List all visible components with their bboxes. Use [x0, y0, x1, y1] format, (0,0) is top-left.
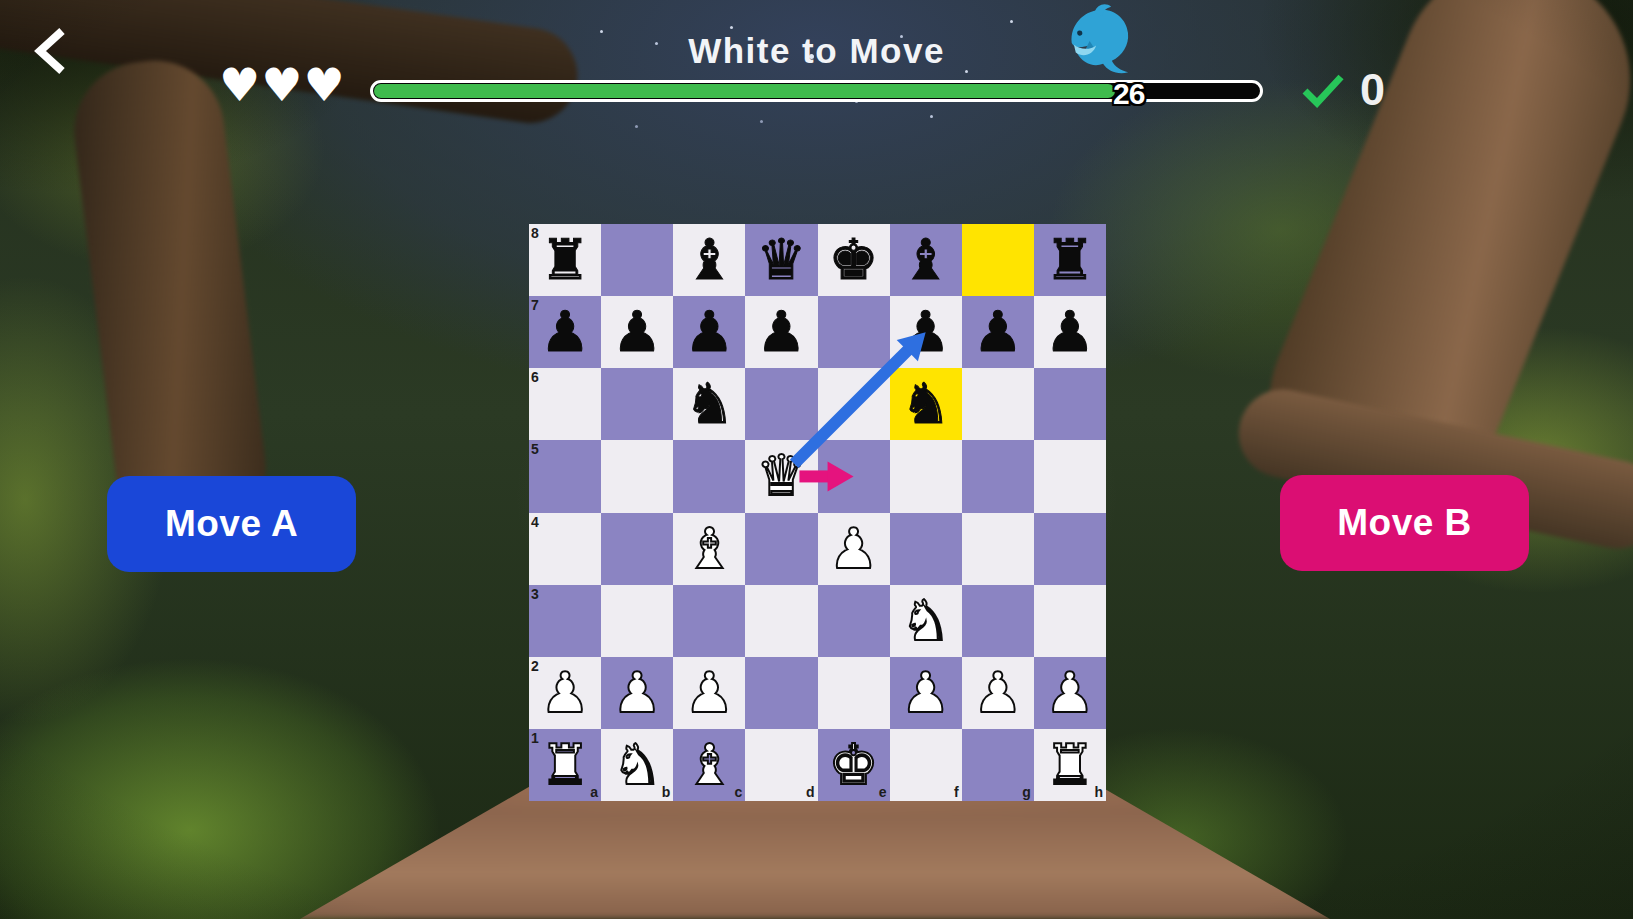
square-d7[interactable]: ♟ — [745, 296, 817, 368]
square-b6[interactable] — [601, 368, 673, 440]
file-label: b — [662, 785, 671, 799]
black-p-piece: ♟ — [684, 304, 734, 360]
white-p-piece: ♟ — [684, 665, 734, 721]
white-b-piece: ♝ — [684, 521, 734, 577]
white-p-piece: ♟ — [973, 665, 1023, 721]
square-h2[interactable]: ♟ — [1034, 657, 1106, 729]
square-e2[interactable] — [818, 657, 890, 729]
black-p-piece: ♟ — [1045, 304, 1095, 360]
square-h3[interactable] — [1034, 585, 1106, 657]
white-p-piece: ♟ — [1045, 665, 1095, 721]
white-r-piece: ♜ — [1045, 737, 1095, 793]
square-e4[interactable]: ♟ — [818, 513, 890, 585]
square-e3[interactable] — [818, 585, 890, 657]
black-b-piece: ♝ — [901, 232, 951, 288]
white-b-piece: ♝ — [684, 737, 734, 793]
square-e5[interactable] — [818, 440, 890, 512]
square-d3[interactable] — [745, 585, 817, 657]
square-a3[interactable]: 3 — [529, 585, 601, 657]
checkmark-icon — [1301, 72, 1345, 108]
white-n-piece: ♞ — [612, 737, 662, 793]
rank-label: 8 — [531, 226, 539, 240]
square-a1[interactable]: 1a♜ — [529, 729, 601, 801]
file-label: f — [954, 785, 959, 799]
square-g5[interactable] — [962, 440, 1034, 512]
square-h5[interactable] — [1034, 440, 1106, 512]
progress-bar-fill — [374, 84, 1115, 98]
file-label: a — [590, 785, 598, 799]
rank-label: 4 — [531, 515, 539, 529]
file-label: c — [735, 785, 743, 799]
black-n-piece: ♞ — [684, 376, 734, 432]
square-a2[interactable]: 2♟ — [529, 657, 601, 729]
black-p-piece: ♟ — [612, 304, 662, 360]
square-c7[interactable]: ♟ — [673, 296, 745, 368]
heart-icon: ♥ — [304, 58, 345, 112]
chess-board: 8♜♝♛♚♝♜7♟♟♟♟♟♟♟6♞♞5♛4♝♟3♞2♟♟♟♟♟♟1a♜b♞c♝d… — [529, 224, 1106, 801]
square-b8[interactable] — [601, 224, 673, 296]
square-e6[interactable] — [818, 368, 890, 440]
square-a6[interactable]: 6 — [529, 368, 601, 440]
black-q-piece: ♛ — [756, 232, 806, 288]
rank-label: 5 — [531, 442, 539, 456]
square-e8[interactable]: ♚ — [818, 224, 890, 296]
square-c1[interactable]: c♝ — [673, 729, 745, 801]
square-d8[interactable]: ♛ — [745, 224, 817, 296]
square-g6[interactable] — [962, 368, 1034, 440]
file-label: e — [879, 785, 887, 799]
square-f6[interactable]: ♞ — [890, 368, 962, 440]
rank-label: 7 — [531, 298, 539, 312]
square-g1[interactable]: g — [962, 729, 1034, 801]
square-b3[interactable] — [601, 585, 673, 657]
white-p-piece: ♟ — [612, 665, 662, 721]
square-f4[interactable] — [890, 513, 962, 585]
square-a8[interactable]: 8♜ — [529, 224, 601, 296]
file-label: d — [806, 785, 815, 799]
move-a-button[interactable]: Move A — [107, 476, 356, 572]
file-label: g — [1022, 785, 1031, 799]
black-k-piece: ♚ — [828, 232, 878, 288]
square-d5[interactable]: ♛ — [745, 440, 817, 512]
white-r-piece: ♜ — [540, 737, 590, 793]
square-h8[interactable]: ♜ — [1034, 224, 1106, 296]
square-h4[interactable] — [1034, 513, 1106, 585]
square-f1[interactable]: f — [890, 729, 962, 801]
square-g8[interactable] — [962, 224, 1034, 296]
square-h6[interactable] — [1034, 368, 1106, 440]
square-b4[interactable] — [601, 513, 673, 585]
square-d4[interactable] — [745, 513, 817, 585]
square-c5[interactable] — [673, 440, 745, 512]
square-a5[interactable]: 5 — [529, 440, 601, 512]
dolphin-icon — [1056, 0, 1144, 88]
square-c6[interactable]: ♞ — [673, 368, 745, 440]
rank-label: 2 — [531, 659, 539, 673]
rank-label: 6 — [531, 370, 539, 384]
white-k-piece: ♚ — [828, 737, 878, 793]
square-g3[interactable] — [962, 585, 1034, 657]
white-p-piece: ♟ — [828, 521, 878, 577]
square-b5[interactable] — [601, 440, 673, 512]
square-c2[interactable]: ♟ — [673, 657, 745, 729]
square-b7[interactable]: ♟ — [601, 296, 673, 368]
square-g4[interactable] — [962, 513, 1034, 585]
square-c4[interactable]: ♝ — [673, 513, 745, 585]
square-g7[interactable]: ♟ — [962, 296, 1034, 368]
solved-count: 0 — [1360, 64, 1385, 116]
black-n-piece: ♞ — [901, 376, 951, 432]
square-d6[interactable] — [745, 368, 817, 440]
rank-label: 1 — [531, 731, 539, 745]
heart-icon: ♥ — [261, 58, 302, 112]
square-g2[interactable]: ♟ — [962, 657, 1034, 729]
lives-hearts: ♥♥♥ — [219, 62, 346, 108]
square-d1[interactable]: d — [745, 729, 817, 801]
rank-label: 3 — [531, 587, 539, 601]
square-a4[interactable]: 4 — [529, 513, 601, 585]
square-h7[interactable]: ♟ — [1034, 296, 1106, 368]
move-b-button[interactable]: Move B — [1280, 475, 1529, 571]
black-p-piece: ♟ — [973, 304, 1023, 360]
black-p-piece: ♟ — [540, 304, 590, 360]
square-b2[interactable]: ♟ — [601, 657, 673, 729]
square-f2[interactable]: ♟ — [890, 657, 962, 729]
white-p-piece: ♟ — [901, 665, 951, 721]
black-p-piece: ♟ — [756, 304, 806, 360]
black-r-piece: ♜ — [540, 232, 590, 288]
square-b1[interactable]: b♞ — [601, 729, 673, 801]
square-f5[interactable] — [890, 440, 962, 512]
white-n-piece: ♞ — [901, 593, 951, 649]
file-label: h — [1094, 785, 1103, 799]
square-e7[interactable] — [818, 296, 890, 368]
square-e1[interactable]: e♚ — [818, 729, 890, 801]
square-c3[interactable] — [673, 585, 745, 657]
heart-icon: ♥ — [219, 58, 260, 112]
white-p-piece: ♟ — [540, 665, 590, 721]
app-screen: White to Move ♥♥♥ 26 0 8♜♝♛♚♝♜7♟♟♟♟♟♟♟6♞… — [0, 0, 1633, 919]
square-c8[interactable]: ♝ — [673, 224, 745, 296]
black-b-piece: ♝ — [684, 232, 734, 288]
black-p-piece: ♟ — [901, 304, 951, 360]
square-f8[interactable]: ♝ — [890, 224, 962, 296]
square-f7[interactable]: ♟ — [890, 296, 962, 368]
square-h1[interactable]: h♜ — [1034, 729, 1106, 801]
square-a7[interactable]: 7♟ — [529, 296, 601, 368]
square-d2[interactable] — [745, 657, 817, 729]
black-r-piece: ♜ — [1045, 232, 1095, 288]
square-f3[interactable]: ♞ — [890, 585, 962, 657]
white-q-piece: ♛ — [756, 448, 806, 504]
